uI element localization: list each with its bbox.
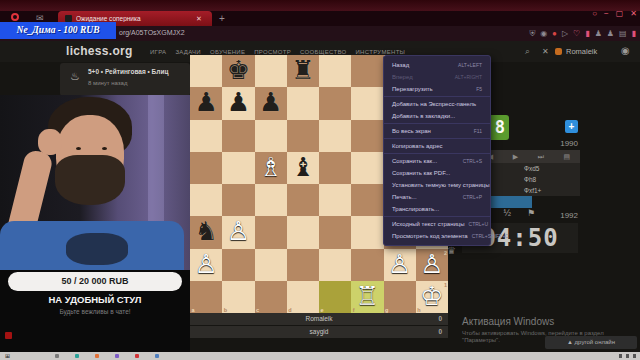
square-f1[interactable]: ♖f — [351, 281, 383, 313]
menu-item-label: Перезагрузить — [392, 86, 433, 92]
menu-item-label: Транслировать... — [392, 206, 439, 212]
menu-separator — [384, 123, 490, 124]
square-c7[interactable]: ♟ — [255, 87, 287, 119]
context-menu-item[interactable]: Во весь экранF11 — [384, 125, 490, 137]
menu-separator — [384, 153, 490, 154]
square-a3[interactable]: ♞ — [190, 216, 222, 248]
square-e1[interactable]: e — [319, 281, 351, 313]
challenge-badge-icon[interactable] — [555, 48, 562, 55]
menu-item-label: Добавить в закладки... — [392, 113, 455, 119]
menu-item-label: Во весь экран — [392, 128, 431, 134]
menu-item-shortcut: F11 — [474, 128, 482, 134]
windows-activation-title: Активация Windows — [462, 316, 554, 327]
search-icon[interactable]: ⌕ — [525, 46, 530, 57]
square-b3[interactable]: ♙ — [222, 216, 254, 248]
piece-black-rook[interactable]: ♜ — [287, 55, 319, 87]
game-info-line1: 5+0 • Рейтинговая • Блиц — [88, 68, 168, 75]
file-coordinate: e — [321, 307, 324, 313]
menu-separator — [384, 216, 490, 217]
minimize-icon[interactable]: − — [604, 8, 609, 20]
extension-icon[interactable]: ♟ — [607, 27, 614, 40]
square-d6[interactable] — [287, 120, 319, 152]
context-menu-item[interactable]: Сохранить как PDF... — [384, 167, 490, 179]
extension-icon[interactable]: ▤ — [619, 27, 627, 40]
context-menu-item[interactable]: Добавить в закладки... — [384, 110, 490, 122]
player-name: saygid — [190, 326, 448, 338]
square-d2[interactable] — [287, 249, 319, 281]
streamer-beard — [55, 155, 125, 205]
context-menu-item[interactable]: Исходный текст страницыCTRL+U — [384, 218, 490, 230]
user-avatar-icon[interactable]: ◉ — [621, 45, 630, 56]
square-e6[interactable] — [319, 120, 351, 152]
menu-item-label: Копировать адрес — [392, 143, 442, 149]
tab-close-icon[interactable]: ✕ — [196, 15, 202, 23]
square-a8[interactable] — [190, 55, 222, 87]
square-d7[interactable] — [287, 87, 319, 119]
square-c4[interactable] — [255, 184, 287, 216]
context-menu-item[interactable]: Просмотреть код элементаCTRL+SHIFT+C — [384, 230, 490, 242]
context-menu-item[interactable]: Копировать адрес — [384, 140, 490, 152]
browser-titlebar — [0, 0, 640, 11]
crosstable-row[interactable]: Romaleik0 — [190, 313, 448, 325]
menu-separator — [384, 138, 490, 139]
menu-item-shortcut: ALT+LEFT — [458, 62, 482, 68]
taskbar-app-icon[interactable] — [135, 354, 139, 358]
piece-white-pawn[interactable]: ♙ — [384, 249, 416, 281]
taskbar-app-icon[interactable] — [115, 354, 119, 358]
donation-progress-bar: 50 / 20 000 RUB — [8, 272, 182, 291]
square-g2[interactable]: ♙ — [384, 249, 416, 281]
square-c8[interactable] — [255, 55, 287, 87]
rank-coordinate: 1 — [444, 282, 447, 288]
close-icon[interactable]: ✕ — [630, 8, 637, 20]
file-coordinate: c — [256, 307, 259, 313]
move-entry[interactable]: Фxd5 — [524, 163, 539, 174]
context-menu-item[interactable]: Сохранить как...CTRL+S — [384, 155, 490, 167]
tab-favicon-icon — [65, 15, 72, 22]
streamer-eye — [76, 147, 81, 150]
square-f5[interactable] — [351, 152, 383, 184]
extension-icon[interactable]: ♡ — [573, 27, 580, 40]
taskbar-app-icon[interactable] — [155, 354, 159, 358]
chat-hint-label: Будьте вежливы в чате! — [0, 308, 190, 315]
shirt-print — [66, 233, 128, 265]
taskbar-app-icon[interactable] — [95, 354, 99, 358]
give-time-button[interactable]: + — [565, 120, 578, 133]
menu-item-label: Установить темную тему страницы — [392, 182, 490, 188]
context-menu-item[interactable]: Транслировать... — [384, 203, 490, 215]
sidebar-red-icon[interactable] — [5, 332, 12, 339]
webcam-overlay — [0, 95, 190, 270]
username[interactable]: Romaleik — [566, 47, 597, 56]
extension-icon[interactable]: ◉ — [540, 27, 547, 40]
extension-icons[interactable]: ⛨◉●▷♡▮♟♟▤▮ — [529, 27, 636, 40]
move-entry[interactable]: Фh8 — [524, 174, 536, 185]
streamer-eye — [102, 147, 107, 150]
square-e4[interactable] — [319, 184, 351, 216]
menu-item-shortcut: ALT+RIGHT — [455, 74, 482, 80]
square-h2[interactable]: ♙2 — [416, 249, 448, 281]
context-menu-item[interactable]: Добавить на Экспресс-панель — [384, 98, 490, 110]
square-c1[interactable]: c — [255, 281, 287, 313]
menu-item-label: Исходный текст страницы — [392, 221, 465, 227]
move-nav-icon[interactable]: ▤ — [564, 153, 571, 161]
piece-black-bishop[interactable]: ♝ — [287, 152, 319, 184]
file-coordinate: a — [192, 307, 195, 313]
game-info-line2: 8 минут назад — [88, 80, 127, 86]
extension-icon[interactable]: ▷ — [562, 27, 568, 40]
taskbar-app-icon[interactable] — [75, 354, 79, 358]
context-menu: НазадALT+LEFTВпередALT+RIGHTПерезагрузит… — [383, 55, 491, 246]
piece-white-rook[interactable]: ♖ — [351, 281, 383, 313]
menu-item-shortcut: CTRL+U — [469, 221, 489, 227]
close-icon[interactable]: ✕ — [542, 47, 549, 56]
file-coordinate: d — [288, 307, 291, 313]
menu-item-label: Печать... — [392, 194, 417, 200]
piece-black-king[interactable]: ♚ — [222, 55, 254, 87]
menu-item-shortcut: CTRL+P — [463, 194, 482, 200]
square-e3[interactable] — [319, 216, 351, 248]
system-tray[interactable] — [619, 354, 636, 358]
square-f2[interactable] — [351, 249, 383, 281]
context-menu-item[interactable]: ПерезагрузитьF5 — [384, 83, 490, 95]
context-menu-item[interactable]: Установить темную тему страницы — [384, 179, 490, 191]
donation-alert-overlay: Ne_Дима - 100 RUB — [0, 22, 116, 39]
menu-item-label: Просмотреть код элемента — [392, 233, 468, 239]
piece-black-pawn[interactable]: ♟ — [255, 87, 287, 119]
player-score: 0 — [438, 326, 442, 338]
square-d4[interactable] — [287, 184, 319, 216]
square-e8[interactable] — [319, 55, 351, 87]
blitz-flame-icon: ♨ — [70, 70, 80, 83]
square-a6[interactable] — [190, 120, 222, 152]
chat-presence-pill[interactable]: ▲ другой онлайн — [545, 336, 637, 349]
square-h1[interactable]: ♔1h — [416, 281, 448, 313]
move-nav-icon[interactable]: ⏭ — [538, 153, 544, 161]
streamer-hand — [38, 129, 62, 155]
square-f6[interactable] — [351, 120, 383, 152]
square-d3[interactable] — [287, 216, 319, 248]
piece-white-pawn[interactable]: ♙ — [222, 216, 254, 248]
start-button-icon[interactable]: ⊞ — [5, 353, 10, 359]
square-a1[interactable]: a — [190, 281, 222, 313]
square-e7[interactable] — [319, 87, 351, 119]
menu-item-label: Сохранить как... — [392, 158, 437, 164]
url-text[interactable]: org/A05TOsXGMJX2 — [119, 29, 185, 36]
square-c2[interactable] — [255, 249, 287, 281]
extension-icon[interactable]: ▮ — [585, 27, 589, 40]
menu-item-label: Сохранить как PDF... — [392, 170, 450, 176]
square-b8[interactable]: ♚ — [222, 55, 254, 87]
player-name: Romaleik — [190, 313, 448, 325]
file-coordinate: f — [353, 307, 355, 313]
piece-black-pawn[interactable]: ♟ — [222, 87, 254, 119]
square-c5[interactable]: ♗ — [255, 152, 287, 184]
square-f3[interactable] — [351, 216, 383, 248]
square-b6[interactable] — [222, 120, 254, 152]
move-entry[interactable]: Фxf1+ — [524, 185, 541, 196]
taskbar-app-icon[interactable] — [55, 354, 59, 358]
menu-item-label: Назад — [392, 62, 409, 68]
piece-white-bishop[interactable]: ♗ — [255, 152, 287, 184]
context-menu-item[interactable]: НазадALT+LEFT — [384, 59, 490, 71]
window-controls[interactable]: ○−▢✕ — [592, 8, 637, 20]
maximize-icon[interactable]: ▢ — [616, 8, 624, 20]
extension-icon[interactable]: ● — [552, 27, 557, 40]
square-e2[interactable] — [319, 249, 351, 281]
square-f4[interactable] — [351, 184, 383, 216]
tab-title: Ожидание соперника — [76, 15, 194, 22]
menu-item-shortcut: CTRL+S — [463, 158, 482, 164]
opera-logo-icon[interactable] — [11, 13, 19, 21]
context-menu-item[interactable]: ВпередALT+RIGHT — [384, 71, 490, 83]
menu-separator — [384, 96, 490, 97]
square-g1[interactable]: g — [384, 281, 416, 313]
new-tab-button[interactable]: + — [219, 11, 225, 26]
player-score: 0 — [438, 313, 442, 325]
donation-goal-label: НА УДОБНЫЙ СТУЛ — [0, 294, 190, 305]
extension-icon[interactable]: ♟ — [595, 27, 602, 40]
square-a7[interactable]: ♟ — [190, 87, 222, 119]
menu-item-label: Вперед — [392, 74, 413, 80]
square-c3[interactable] — [255, 216, 287, 248]
extension-icon[interactable]: ⛨ — [529, 27, 535, 40]
menu-item-shortcut: F5 — [476, 86, 482, 92]
square-b4[interactable] — [222, 184, 254, 216]
menu-item-shortcut: CTRL+SHIFT+C — [472, 233, 509, 239]
crosstable: Romaleik0saygid0 — [190, 313, 448, 339]
square-b5[interactable] — [222, 152, 254, 184]
lichess-logo[interactable]: lichess.org — [66, 44, 133, 58]
file-coordinate: g — [385, 307, 388, 313]
extension-icon[interactable]: ▮ — [632, 27, 636, 40]
stream-bottom-panel: 50 / 20 000 RUB НА УДОБНЫЙ СТУЛ Будьте в… — [0, 270, 190, 352]
square-a2[interactable]: ♙ — [190, 249, 222, 281]
menu-item-label: Добавить на Экспресс-панель — [392, 101, 476, 107]
screen: ✉ Ожидание соперника ✕ + ○−▢✕ org/A05TOs… — [0, 0, 640, 360]
square-d5[interactable]: ♝ — [287, 152, 319, 184]
square-a4[interactable] — [190, 184, 222, 216]
square-f8[interactable] — [351, 55, 383, 87]
square-c6[interactable] — [255, 120, 287, 152]
piece-black-knight[interactable]: ♞ — [190, 216, 222, 248]
file-coordinate: h — [417, 307, 420, 313]
piece-white-pawn[interactable]: ♙ — [190, 249, 222, 281]
search-circle-icon[interactable]: ○ — [592, 8, 597, 20]
square-e5[interactable] — [319, 152, 351, 184]
square-d1[interactable]: d — [287, 281, 319, 313]
square-b7[interactable]: ♟ — [222, 87, 254, 119]
square-d8[interactable]: ♜ — [287, 55, 319, 87]
move-nav-icon[interactable]: ▶ — [513, 153, 518, 161]
context-menu-item[interactable]: Печать...CTRL+P — [384, 191, 490, 203]
file-coordinate: b — [224, 307, 227, 313]
crosstable-row[interactable]: saygid0 — [190, 326, 448, 338]
piece-black-pawn[interactable]: ♟ — [190, 87, 222, 119]
square-a5[interactable] — [190, 152, 222, 184]
captured-piece-icon: ♛ — [447, 245, 456, 256]
square-f7[interactable] — [351, 87, 383, 119]
nav-item[interactable]: ИГРА — [150, 49, 166, 55]
square-b2[interactable] — [222, 249, 254, 281]
square-b1[interactable]: b — [222, 281, 254, 313]
